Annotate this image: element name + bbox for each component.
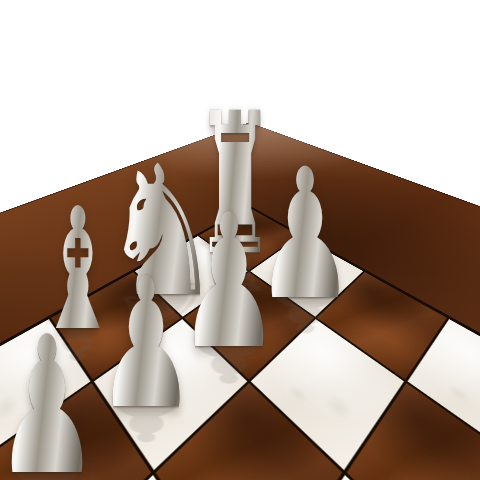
piece-white-pawn-b3[interactable]: ♟: [96, 254, 196, 434]
product-photo-stage: ♜♜♞♞♟♟♝♝♟♟♟♟♟♟: [0, 0, 480, 480]
piece-white-pawn-b4[interactable]: ♟: [0, 312, 100, 480]
piece-layer: ♜♜♞♞♟♟♝♝♟♟♟♟♟♟: [0, 0, 480, 480]
